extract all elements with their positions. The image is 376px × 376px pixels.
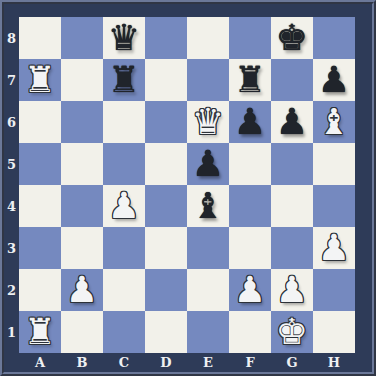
square-b7[interactable] <box>61 59 103 101</box>
square-a2[interactable] <box>19 269 61 311</box>
square-a5[interactable] <box>19 143 61 185</box>
square-c6[interactable] <box>103 101 145 143</box>
piece-white-queen-e6[interactable]: ♛ <box>187 101 229 143</box>
square-f8[interactable] <box>229 17 271 59</box>
square-e4[interactable]: ♝ <box>187 185 229 227</box>
square-b8[interactable] <box>61 17 103 59</box>
square-e8[interactable] <box>187 17 229 59</box>
piece-black-pawn-f6[interactable]: ♟ <box>229 101 271 143</box>
square-a4[interactable] <box>19 185 61 227</box>
file-label-d: D <box>145 353 187 372</box>
square-e5[interactable]: ♟ <box>187 143 229 185</box>
chess-board: ♛♚♜♜♜♟♛♟♟♝♟♟♝♟♟♟♟♜♚ <box>19 17 355 353</box>
rank-label-6: 6 <box>4 101 19 143</box>
piece-white-king-g1[interactable]: ♚ <box>271 311 313 353</box>
square-h2[interactable] <box>313 269 355 311</box>
square-a8[interactable] <box>19 17 61 59</box>
square-f5[interactable] <box>229 143 271 185</box>
square-c3[interactable] <box>103 227 145 269</box>
piece-black-rook-c7[interactable]: ♜ <box>103 59 145 101</box>
rank-label-3: 3 <box>4 227 19 269</box>
file-label-f: F <box>229 353 271 372</box>
file-labels: ABCDEFGH <box>19 353 355 372</box>
piece-black-king-g8[interactable]: ♚ <box>271 17 313 59</box>
piece-black-pawn-h7[interactable]: ♟ <box>313 59 355 101</box>
square-d6[interactable] <box>145 101 187 143</box>
file-label-c: C <box>103 353 145 372</box>
square-d3[interactable] <box>145 227 187 269</box>
square-e1[interactable] <box>187 311 229 353</box>
square-h1[interactable] <box>313 311 355 353</box>
rank-label-7: 7 <box>4 59 19 101</box>
square-a1[interactable]: ♜ <box>19 311 61 353</box>
file-label-e: E <box>187 353 229 372</box>
square-f3[interactable] <box>229 227 271 269</box>
square-e6[interactable]: ♛ <box>187 101 229 143</box>
square-a3[interactable] <box>19 227 61 269</box>
square-g3[interactable] <box>271 227 313 269</box>
square-e7[interactable] <box>187 59 229 101</box>
square-c1[interactable] <box>103 311 145 353</box>
square-d2[interactable] <box>145 269 187 311</box>
piece-black-pawn-e5[interactable]: ♟ <box>187 143 229 185</box>
piece-white-pawn-g2[interactable]: ♟ <box>271 269 313 311</box>
square-d8[interactable] <box>145 17 187 59</box>
square-g1[interactable]: ♚ <box>271 311 313 353</box>
square-b5[interactable] <box>61 143 103 185</box>
square-a7[interactable]: ♜ <box>19 59 61 101</box>
square-h4[interactable] <box>313 185 355 227</box>
square-h5[interactable] <box>313 143 355 185</box>
rank-label-8: 8 <box>4 17 19 59</box>
square-g4[interactable] <box>271 185 313 227</box>
piece-black-queen-c8[interactable]: ♛ <box>103 17 145 59</box>
square-f4[interactable] <box>229 185 271 227</box>
square-h8[interactable] <box>313 17 355 59</box>
square-g2[interactable]: ♟ <box>271 269 313 311</box>
square-b2[interactable]: ♟ <box>61 269 103 311</box>
piece-black-rook-f7[interactable]: ♜ <box>229 59 271 101</box>
square-f2[interactable]: ♟ <box>229 269 271 311</box>
square-d5[interactable] <box>145 143 187 185</box>
square-g8[interactable]: ♚ <box>271 17 313 59</box>
square-c2[interactable] <box>103 269 145 311</box>
square-a6[interactable] <box>19 101 61 143</box>
piece-white-pawn-f2[interactable]: ♟ <box>229 269 271 311</box>
file-label-h: H <box>313 353 355 372</box>
file-label-a: A <box>19 353 61 372</box>
square-f1[interactable] <box>229 311 271 353</box>
square-d4[interactable] <box>145 185 187 227</box>
piece-white-rook-a1[interactable]: ♜ <box>19 311 61 353</box>
rank-labels: 87654321 <box>4 17 19 353</box>
square-g5[interactable] <box>271 143 313 185</box>
square-b4[interactable] <box>61 185 103 227</box>
square-c8[interactable]: ♛ <box>103 17 145 59</box>
square-e2[interactable] <box>187 269 229 311</box>
square-c7[interactable]: ♜ <box>103 59 145 101</box>
piece-white-rook-a7[interactable]: ♜ <box>19 59 61 101</box>
piece-white-pawn-h3[interactable]: ♟ <box>313 227 355 269</box>
board-frame: 87654321 ♛♚♜♜♜♟♛♟♟♝♟♟♝♟♟♟♟♜♚ ABCDEFGH <box>0 0 376 376</box>
square-f6[interactable]: ♟ <box>229 101 271 143</box>
rank-label-5: 5 <box>4 143 19 185</box>
square-c4[interactable]: ♟ <box>103 185 145 227</box>
square-f7[interactable]: ♜ <box>229 59 271 101</box>
square-d7[interactable] <box>145 59 187 101</box>
square-e3[interactable] <box>187 227 229 269</box>
square-b6[interactable] <box>61 101 103 143</box>
piece-white-pawn-c4[interactable]: ♟ <box>103 185 145 227</box>
piece-black-bishop-e4[interactable]: ♝ <box>187 185 229 227</box>
square-h6[interactable]: ♝ <box>313 101 355 143</box>
rank-label-2: 2 <box>4 269 19 311</box>
piece-white-bishop-h6[interactable]: ♝ <box>313 101 355 143</box>
file-label-g: G <box>271 353 313 372</box>
square-g6[interactable]: ♟ <box>271 101 313 143</box>
piece-white-pawn-b2[interactable]: ♟ <box>61 269 103 311</box>
square-d1[interactable] <box>145 311 187 353</box>
rank-label-1: 1 <box>4 311 19 353</box>
rank-label-4: 4 <box>4 185 19 227</box>
square-h3[interactable]: ♟ <box>313 227 355 269</box>
file-label-b: B <box>61 353 103 372</box>
square-b3[interactable] <box>61 227 103 269</box>
square-h7[interactable]: ♟ <box>313 59 355 101</box>
square-b1[interactable] <box>61 311 103 353</box>
square-c5[interactable] <box>103 143 145 185</box>
piece-black-pawn-g6[interactable]: ♟ <box>271 101 313 143</box>
square-g7[interactable] <box>271 59 313 101</box>
